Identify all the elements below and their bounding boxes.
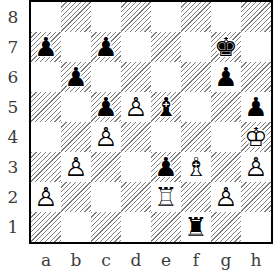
file-label-e: e <box>151 244 181 276</box>
square-f5[interactable] <box>181 92 211 122</box>
square-d2[interactable] <box>121 182 151 212</box>
piece-halo: ♚ <box>211 32 241 62</box>
square-f4[interactable] <box>181 122 211 152</box>
piece-white-rook: ♖ <box>151 182 181 212</box>
square-e3[interactable]: ♟♟ <box>151 152 181 182</box>
square-b6[interactable]: ♟♟ <box>61 62 91 92</box>
square-h6[interactable] <box>241 62 271 92</box>
piece-halo: ♟ <box>211 182 241 212</box>
file-label-h: h <box>241 244 271 276</box>
square-d8[interactable] <box>121 2 151 32</box>
square-b8[interactable] <box>61 2 91 32</box>
square-g3[interactable] <box>211 152 241 182</box>
piece-halo: ♟ <box>91 32 121 62</box>
square-b5[interactable] <box>61 92 91 122</box>
square-f7[interactable] <box>181 32 211 62</box>
square-c5[interactable]: ♟♟ <box>91 92 121 122</box>
piece-halo: ♟ <box>151 152 181 182</box>
piece-black-pawn: ♟ <box>31 32 61 62</box>
square-b3[interactable]: ♟♙ <box>61 152 91 182</box>
piece-white-pawn: ♙ <box>211 182 241 212</box>
piece-black-king: ♚ <box>211 32 241 62</box>
square-g8[interactable] <box>211 2 241 32</box>
piece-halo: ♜ <box>181 212 211 242</box>
file-label-b: b <box>61 244 91 276</box>
piece-white-pawn: ♙ <box>241 152 271 182</box>
square-d5[interactable]: ♟♙ <box>121 92 151 122</box>
square-h3[interactable]: ♟♙ <box>241 152 271 182</box>
square-g1[interactable] <box>211 212 241 242</box>
square-a6[interactable] <box>31 62 61 92</box>
piece-halo: ♟ <box>241 152 271 182</box>
file-label-d: d <box>121 244 151 276</box>
file-label-g: g <box>211 244 241 276</box>
piece-white-pawn: ♙ <box>121 92 151 122</box>
piece-halo: ♟ <box>241 92 271 122</box>
rank-label-2: 2 <box>0 182 26 212</box>
square-a1[interactable] <box>31 212 61 242</box>
square-d3[interactable] <box>121 152 151 182</box>
square-a8[interactable] <box>31 2 61 32</box>
square-g5[interactable] <box>211 92 241 122</box>
piece-black-pawn: ♟ <box>241 92 271 122</box>
square-h1[interactable] <box>241 212 271 242</box>
square-g2[interactable]: ♟♙ <box>211 182 241 212</box>
square-h7[interactable] <box>241 32 271 62</box>
rank-labels: 87654321 <box>0 2 26 242</box>
square-f8[interactable] <box>181 2 211 32</box>
piece-white-pawn: ♙ <box>61 152 91 182</box>
square-e7[interactable] <box>151 32 181 62</box>
piece-halo: ♟ <box>61 152 91 182</box>
square-e4[interactable] <box>151 122 181 152</box>
rank-label-5: 5 <box>0 92 26 122</box>
square-g4[interactable] <box>211 122 241 152</box>
square-a4[interactable] <box>31 122 61 152</box>
square-h5[interactable]: ♟♟ <box>241 92 271 122</box>
piece-white-king: ♔ <box>241 122 271 152</box>
rank-label-8: 8 <box>0 2 26 32</box>
piece-white-pawn: ♙ <box>91 122 121 152</box>
piece-halo: ♟ <box>61 62 91 92</box>
square-f2[interactable] <box>181 182 211 212</box>
square-c4[interactable]: ♟♙ <box>91 122 121 152</box>
piece-halo: ♟ <box>91 92 121 122</box>
square-d7[interactable] <box>121 32 151 62</box>
rank-label-6: 6 <box>0 62 26 92</box>
piece-halo: ♚ <box>241 122 271 152</box>
square-b4[interactable] <box>61 122 91 152</box>
piece-black-pawn: ♟ <box>151 152 181 182</box>
square-e8[interactable] <box>151 2 181 32</box>
rank-label-7: 7 <box>0 32 26 62</box>
square-g6[interactable]: ♟♟ <box>211 62 241 92</box>
piece-halo: ♟ <box>211 62 241 92</box>
square-a7[interactable]: ♟♟ <box>31 32 61 62</box>
piece-black-rook: ♜ <box>181 212 211 242</box>
square-h4[interactable]: ♚♔ <box>241 122 271 152</box>
square-d4[interactable] <box>121 122 151 152</box>
square-d6[interactable] <box>121 62 151 92</box>
square-c8[interactable] <box>91 2 121 32</box>
square-e1[interactable] <box>151 212 181 242</box>
piece-black-pawn: ♟ <box>61 62 91 92</box>
square-g7[interactable]: ♚♚ <box>211 32 241 62</box>
piece-halo: ♝ <box>181 152 211 182</box>
square-c3[interactable] <box>91 152 121 182</box>
square-c1[interactable] <box>91 212 121 242</box>
square-e2[interactable]: ♜♖ <box>151 182 181 212</box>
square-a2[interactable]: ♟♙ <box>31 182 61 212</box>
piece-black-bishop: ♝ <box>151 92 181 122</box>
piece-black-pawn: ♟ <box>91 92 121 122</box>
file-labels: abcdefgh <box>31 244 271 276</box>
rank-label-1: 1 <box>0 212 26 242</box>
square-f6[interactable] <box>181 62 211 92</box>
square-e6[interactable] <box>151 62 181 92</box>
chess-diagram: 87654321 ♟♟♟♟♚♚♟♟♟♟♟♟♟♙♝♝♟♟♟♙♚♔♟♙♟♟♝♗♟♙♟… <box>0 0 279 280</box>
square-h8[interactable] <box>241 2 271 32</box>
square-b1[interactable] <box>61 212 91 242</box>
square-e5[interactable]: ♝♝ <box>151 92 181 122</box>
piece-white-bishop: ♗ <box>181 152 211 182</box>
file-label-f: f <box>181 244 211 276</box>
square-b2[interactable] <box>61 182 91 212</box>
rank-label-4: 4 <box>0 122 26 152</box>
piece-halo: ♝ <box>151 92 181 122</box>
square-b7[interactable] <box>61 32 91 62</box>
piece-black-pawn: ♟ <box>91 32 121 62</box>
chess-board: ♟♟♟♟♚♚♟♟♟♟♟♟♟♙♝♝♟♟♟♙♚♔♟♙♟♟♝♗♟♙♟♙♜♖♟♙♜♜ <box>29 0 273 244</box>
square-c2[interactable] <box>91 182 121 212</box>
square-d1[interactable] <box>121 212 151 242</box>
square-a3[interactable] <box>31 152 61 182</box>
square-h2[interactable] <box>241 182 271 212</box>
square-a5[interactable] <box>31 92 61 122</box>
piece-halo: ♟ <box>31 32 61 62</box>
piece-halo: ♜ <box>151 182 181 212</box>
piece-black-pawn: ♟ <box>211 62 241 92</box>
piece-white-pawn: ♙ <box>31 182 61 212</box>
square-c7[interactable]: ♟♟ <box>91 32 121 62</box>
piece-halo: ♟ <box>91 122 121 152</box>
file-label-a: a <box>31 244 61 276</box>
square-f1[interactable]: ♜♜ <box>181 212 211 242</box>
piece-halo: ♟ <box>31 182 61 212</box>
square-c6[interactable] <box>91 62 121 92</box>
square-f3[interactable]: ♝♗ <box>181 152 211 182</box>
rank-label-3: 3 <box>0 152 26 182</box>
file-label-c: c <box>91 244 121 276</box>
piece-halo: ♟ <box>121 92 151 122</box>
